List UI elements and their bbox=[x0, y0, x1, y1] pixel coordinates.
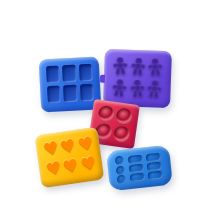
swirl-cavity-well bbox=[113, 125, 131, 143]
heart-cavity: ♥ bbox=[79, 154, 97, 174]
swirl-cavity-well bbox=[97, 105, 115, 123]
blue-rectangle-mold bbox=[39, 56, 102, 112]
circle-cavity bbox=[117, 174, 127, 184]
swirl-cavity bbox=[97, 105, 115, 123]
rectangle-cavity-well bbox=[47, 86, 61, 104]
rectangle-cavity bbox=[62, 65, 76, 83]
swirl-cavity bbox=[113, 125, 131, 143]
yellow-heart-mold: ♥♥♥♥♥♥ bbox=[35, 127, 105, 188]
gingerbread-man-icon bbox=[147, 57, 163, 76]
rectangle-cavity-well bbox=[80, 84, 94, 102]
rectangle-cavity bbox=[46, 66, 60, 84]
swirl-cavity-well bbox=[115, 107, 133, 125]
gingerbread-man-icon bbox=[111, 78, 129, 98]
heart-icon: ♥ bbox=[79, 154, 98, 175]
gingerbread-man-icon bbox=[129, 79, 145, 98]
oval-cavity bbox=[148, 171, 164, 181]
gingerbread-cavity bbox=[111, 78, 127, 99]
purple-gingerbread-mold bbox=[103, 49, 172, 108]
oval-cavity bbox=[129, 173, 145, 183]
rectangle-cavity bbox=[80, 84, 94, 102]
gingerbread-man-icon bbox=[129, 56, 147, 76]
product-photo: ♥♥♥♥♥♥ bbox=[0, 0, 220, 220]
heart-cavity: ♥ bbox=[45, 159, 63, 179]
gingerbread-man-icon bbox=[146, 79, 164, 99]
rectangle-cavity bbox=[79, 64, 93, 82]
heart-cavity: ♥ bbox=[62, 156, 80, 176]
gingerbread-man-icon bbox=[112, 56, 128, 75]
gingerbread-cavity bbox=[112, 55, 128, 76]
swirl-cavity bbox=[115, 107, 133, 125]
gingerbread-cavity bbox=[129, 78, 145, 99]
heart-icon: ♥ bbox=[61, 156, 80, 177]
rectangle-cavity bbox=[63, 85, 77, 103]
gingerbread-cavity bbox=[130, 56, 146, 77]
rectangle-cavity-well bbox=[63, 85, 77, 103]
rectangle-cavity bbox=[47, 86, 61, 104]
gingerbread-cavity bbox=[147, 79, 163, 100]
rectangle-cavity-well bbox=[46, 66, 60, 84]
gingerbread-cavity bbox=[147, 56, 163, 77]
blue-ice-cube-tray bbox=[106, 145, 173, 191]
rectangle-cavity-well bbox=[62, 65, 76, 83]
rectangle-cavity-well bbox=[79, 64, 93, 82]
